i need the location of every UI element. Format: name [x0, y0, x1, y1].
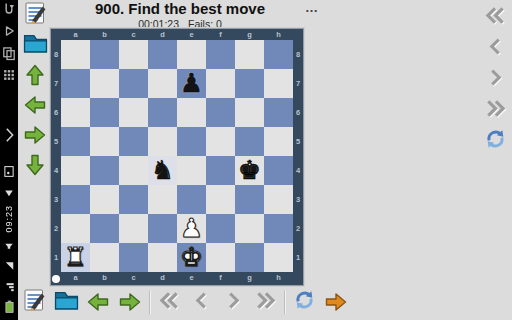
board-squares: ♟♞♚♟♜♚ [61, 40, 293, 272]
square-g6[interactable] [235, 98, 264, 127]
folder-icon [54, 290, 79, 315]
toolbar-separator [149, 291, 150, 314]
folder-icon [23, 33, 48, 58]
right-toolbar [481, 5, 509, 153]
square-c1[interactable] [119, 243, 148, 272]
piece-white-king-e1: ♚ [180, 243, 203, 272]
square-f6[interactable] [206, 98, 235, 127]
square-c4[interactable] [119, 156, 148, 185]
square-h3[interactable] [264, 185, 293, 214]
square-b1[interactable] [90, 243, 119, 272]
battery-icon [5, 299, 14, 317]
coord-file-c: c [119, 29, 148, 40]
coord-rank-5: 5 [51, 127, 61, 156]
square-d3[interactable] [148, 185, 177, 214]
header: 900. Find the best move 00:01:23 Fails: … [50, 0, 310, 30]
notepad-pencil-icon [23, 1, 48, 29]
square-c2[interactable] [119, 214, 148, 243]
coord-rank-6: 6 [293, 98, 303, 127]
last-puzzle-button[interactable] [481, 98, 509, 122]
square-f3[interactable] [206, 185, 235, 214]
file-labels-bottom: abcdefgh [61, 272, 293, 285]
last-move-button[interactable] [252, 289, 278, 315]
app-screen: 09:23 [0, 0, 512, 320]
square-f5[interactable] [206, 127, 235, 156]
coord-file-a: a [61, 272, 90, 285]
piece-white-rook-a1: ♜ [64, 243, 87, 272]
coord-rank-3: 3 [51, 185, 61, 214]
square-h6[interactable] [264, 98, 293, 127]
overflow-menu-button[interactable]: … [305, 0, 319, 15]
green-arrow-left-icon [23, 94, 47, 116]
square-c6[interactable] [119, 98, 148, 127]
refresh-icon [293, 289, 316, 315]
square-c7[interactable] [119, 69, 148, 98]
coord-file-h: h [264, 29, 293, 40]
coord-file-d: d [148, 272, 177, 285]
grid-dots-icon [2, 68, 16, 86]
piece-black-pawn-e7: ♟ [180, 69, 203, 98]
restart-puzzle-button[interactable] [291, 289, 317, 315]
next-move-button[interactable] [220, 289, 246, 315]
square-h7[interactable] [264, 69, 293, 98]
square-e5[interactable] [177, 127, 206, 156]
square-h2[interactable] [264, 214, 293, 243]
signal-icon [4, 257, 15, 275]
square-e6[interactable] [177, 98, 206, 127]
open-folder-button-bottom[interactable] [53, 289, 79, 315]
nav-left-button[interactable] [21, 92, 49, 118]
stacked-windows-icon [1, 45, 17, 66]
move-back-button[interactable] [85, 289, 111, 315]
square-g2[interactable] [235, 214, 264, 243]
android-forward-button[interactable] [0, 22, 18, 44]
chevron-right-icon [4, 126, 15, 148]
left-toolbar [18, 2, 52, 178]
coord-rank-2: 2 [51, 214, 61, 243]
square-a3[interactable] [61, 185, 90, 214]
square-d5[interactable] [148, 127, 177, 156]
square-g5[interactable] [235, 127, 264, 156]
green-arrow-left-icon [86, 291, 110, 313]
square-g1[interactable] [235, 243, 264, 272]
next-puzzle-button[interactable] [481, 67, 509, 91]
refresh-button[interactable] [481, 129, 509, 153]
square-f2[interactable] [206, 214, 235, 243]
square-h4[interactable] [264, 156, 293, 185]
square-d8[interactable] [148, 40, 177, 69]
previous-move-button[interactable] [188, 289, 214, 315]
coord-file-e: e [177, 272, 206, 285]
coord-rank-8: 8 [293, 40, 303, 69]
android-back-button[interactable] [0, 0, 18, 22]
piece-black-knight-d4: ♞ [151, 156, 174, 185]
square-a8[interactable] [61, 40, 90, 69]
android-recents-button[interactable] [0, 44, 18, 66]
move-forward-button[interactable] [117, 289, 143, 315]
coord-rank-5: 5 [293, 127, 303, 156]
chevron-left-icon [489, 37, 502, 60]
coord-file-c: c [119, 272, 148, 285]
square-b5[interactable] [90, 127, 119, 156]
puzzle-title: 900. Find the best move [50, 0, 310, 18]
back-u-turn-icon [1, 0, 17, 22]
square-e3[interactable] [177, 185, 206, 214]
status-clock: 09:23 [4, 205, 14, 233]
square-g8[interactable] [235, 40, 264, 69]
white-to-move-indicator [52, 275, 60, 283]
square-a6[interactable] [61, 98, 90, 127]
coord-file-a: a [61, 29, 90, 40]
file-labels-top: abcdefgh [61, 29, 293, 40]
square-f7[interactable] [206, 69, 235, 98]
coord-file-h: h [264, 272, 293, 285]
coord-file-d: d [148, 29, 177, 40]
coord-rank-1: 1 [293, 243, 303, 272]
green-arrow-right-icon [118, 291, 142, 313]
green-arrow-up-icon [24, 63, 46, 87]
first-puzzle-button[interactable] [481, 5, 509, 29]
double-chevron-right-icon [485, 99, 506, 122]
coord-file-b: b [90, 29, 119, 40]
coord-rank-3: 3 [293, 185, 303, 214]
square-a2[interactable] [61, 214, 90, 243]
coord-rank-4: 4 [51, 156, 61, 185]
coord-file-f: f [206, 272, 235, 285]
square-d2[interactable] [148, 214, 177, 243]
open-folder-button[interactable] [21, 32, 49, 58]
piece-black-king-g4: ♚ [238, 156, 261, 185]
square-b8[interactable] [90, 40, 119, 69]
chevron-left-icon [195, 291, 208, 314]
double-chevron-left-icon [485, 6, 506, 29]
square-g3[interactable] [235, 185, 264, 214]
volume-icon [4, 236, 14, 254]
double-chevron-left-icon [159, 291, 180, 314]
first-move-button[interactable] [156, 289, 182, 315]
continue-button[interactable] [323, 289, 349, 315]
square-h1[interactable] [264, 243, 293, 272]
square-f1[interactable] [206, 243, 235, 272]
notes-button-bottom[interactable] [21, 289, 47, 315]
board-corner [51, 272, 61, 285]
square-g4[interactable]: ♚ [235, 156, 264, 185]
play-outline-icon [2, 23, 17, 43]
square-a5[interactable] [61, 127, 90, 156]
signal-bars-icon [4, 278, 15, 296]
square-c8[interactable] [119, 40, 148, 69]
chevron-right-icon [489, 68, 502, 91]
coord-file-e: e [177, 29, 206, 40]
board-corner [293, 29, 303, 40]
square-h5[interactable] [264, 127, 293, 156]
notepad-pencil-icon [22, 288, 47, 316]
android-menu-button[interactable] [0, 66, 18, 88]
panel-expand-handle[interactable] [0, 126, 18, 148]
previous-puzzle-button[interactable] [481, 36, 509, 60]
android-navigation-bar: 09:23 [0, 0, 18, 320]
square-d6[interactable] [148, 98, 177, 127]
refresh-icon [484, 128, 507, 154]
square-f4[interactable] [206, 156, 235, 185]
square-d4[interactable]: ♞ [148, 156, 177, 185]
coord-file-g: g [235, 29, 264, 40]
square-f8[interactable] [206, 40, 235, 69]
green-arrow-down-icon [24, 153, 46, 177]
green-arrow-right-icon [23, 124, 47, 146]
double-chevron-right-icon [255, 291, 276, 314]
square-e8[interactable] [177, 40, 206, 69]
square-d7[interactable] [148, 69, 177, 98]
square-c5[interactable] [119, 127, 148, 156]
nav-down-button[interactable] [21, 152, 49, 178]
coord-rank-6: 6 [51, 98, 61, 127]
piece-white-pawn-e2: ♟ [180, 214, 203, 243]
square-b7[interactable] [90, 69, 119, 98]
orange-arrow-right-icon [324, 291, 348, 313]
square-e2[interactable]: ♟ [177, 214, 206, 243]
coord-rank-7: 7 [51, 69, 61, 98]
bottom-toolbar [21, 289, 349, 315]
coord-rank-1: 1 [51, 243, 61, 272]
coord-rank-4: 4 [293, 156, 303, 185]
chevron-right-icon [227, 291, 240, 314]
square-g7[interactable] [235, 69, 264, 98]
square-d1[interactable] [148, 243, 177, 272]
notes-button[interactable] [21, 2, 49, 28]
square-h8[interactable] [264, 40, 293, 69]
coord-rank-8: 8 [51, 40, 61, 69]
board-corner [293, 272, 303, 285]
square-a7[interactable] [61, 69, 90, 98]
nav-right-button[interactable] [21, 122, 49, 148]
square-e7[interactable]: ♟ [177, 69, 206, 98]
toolbar-separator [284, 291, 285, 314]
coord-file-f: f [206, 29, 235, 40]
rank-labels-left: 87654321 [51, 40, 61, 272]
square-e4[interactable] [177, 156, 206, 185]
square-b6[interactable] [90, 98, 119, 127]
board-corner [51, 29, 61, 40]
gallery-icon [3, 163, 15, 181]
rank-labels-right: 87654321 [293, 40, 303, 272]
square-b3[interactable] [90, 185, 119, 214]
square-c3[interactable] [119, 185, 148, 214]
coord-rank-2: 2 [293, 214, 303, 243]
square-a1[interactable]: ♜ [61, 243, 90, 272]
chess-board: abcdefgh 87654321 ♟♞♚♟♜♚ 87654321 abcdef… [50, 28, 304, 286]
nav-up-button[interactable] [21, 62, 49, 88]
square-a4[interactable] [61, 156, 90, 185]
coord-file-b: b [90, 272, 119, 285]
square-b4[interactable] [90, 156, 119, 185]
arrow-icon [4, 184, 14, 202]
square-e1[interactable]: ♚ [177, 243, 206, 272]
coord-rank-7: 7 [293, 69, 303, 98]
coord-file-g: g [235, 272, 264, 285]
square-b2[interactable] [90, 214, 119, 243]
android-status-cluster: 09:23 [3, 163, 15, 320]
